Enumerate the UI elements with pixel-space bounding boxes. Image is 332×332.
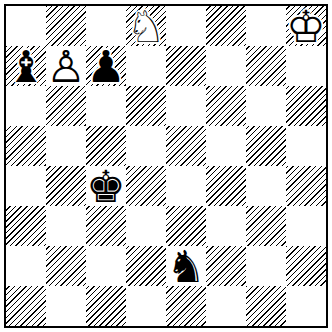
- square-f2[interactable]: [206, 246, 246, 286]
- square-c1[interactable]: [86, 286, 126, 326]
- square-e8[interactable]: [166, 6, 206, 46]
- square-g5[interactable]: [246, 126, 286, 166]
- square-g1[interactable]: [246, 286, 286, 326]
- black-king-c4: ♚︎: [86, 167, 126, 207]
- square-c4[interactable]: ♚︎♚︎: [86, 166, 126, 206]
- square-c6[interactable]: [86, 86, 126, 126]
- white-king-halo: ♚︎: [286, 7, 326, 47]
- black-pawn-c7: ♟︎: [86, 47, 126, 87]
- square-b1[interactable]: [46, 286, 86, 326]
- square-c5[interactable]: [86, 126, 126, 166]
- square-a6[interactable]: [6, 86, 46, 126]
- square-g7[interactable]: [246, 46, 286, 86]
- square-f3[interactable]: [206, 206, 246, 246]
- square-a1[interactable]: [6, 286, 46, 326]
- square-b3[interactable]: [46, 206, 86, 246]
- square-e6[interactable]: [166, 86, 206, 126]
- square-f5[interactable]: [206, 126, 246, 166]
- square-h1[interactable]: [286, 286, 326, 326]
- square-a2[interactable]: [6, 246, 46, 286]
- white-knight-d8: ♘︎: [126, 7, 166, 47]
- square-d5[interactable]: [126, 126, 166, 166]
- white-pawn-halo: ♟︎: [46, 47, 86, 87]
- square-d3[interactable]: [126, 206, 166, 246]
- square-h3[interactable]: [286, 206, 326, 246]
- square-c3[interactable]: [86, 206, 126, 246]
- square-e7[interactable]: [166, 46, 206, 86]
- square-b5[interactable]: [46, 126, 86, 166]
- square-f8[interactable]: [206, 6, 246, 46]
- square-b6[interactable]: [46, 86, 86, 126]
- square-g4[interactable]: [246, 166, 286, 206]
- square-c8[interactable]: [86, 6, 126, 46]
- square-d4[interactable]: [126, 166, 166, 206]
- square-h6[interactable]: [286, 86, 326, 126]
- square-h7[interactable]: [286, 46, 326, 86]
- square-h4[interactable]: [286, 166, 326, 206]
- square-g2[interactable]: [246, 246, 286, 286]
- square-h8[interactable]: ♚︎♔︎: [286, 6, 326, 46]
- black-knight-e2: ♞︎: [166, 247, 206, 287]
- square-f1[interactable]: [206, 286, 246, 326]
- square-d6[interactable]: [126, 86, 166, 126]
- square-b7[interactable]: ♟︎♙︎: [46, 46, 86, 86]
- white-king-h8: ♔︎: [286, 7, 326, 47]
- square-b8[interactable]: [46, 6, 86, 46]
- black-knight-halo: ♞︎: [166, 247, 206, 287]
- square-e2[interactable]: ♞︎♞︎: [166, 246, 206, 286]
- square-b2[interactable]: [46, 246, 86, 286]
- square-d1[interactable]: [126, 286, 166, 326]
- square-d7[interactable]: [126, 46, 166, 86]
- black-bishop-halo: ♝︎: [6, 47, 46, 87]
- square-f6[interactable]: [206, 86, 246, 126]
- square-h5[interactable]: [286, 126, 326, 166]
- white-knight-halo: ♞︎: [126, 7, 166, 47]
- square-a5[interactable]: [6, 126, 46, 166]
- black-pawn-halo: ♟︎: [86, 47, 126, 87]
- square-a4[interactable]: [6, 166, 46, 206]
- square-f4[interactable]: [206, 166, 246, 206]
- square-b4[interactable]: [46, 166, 86, 206]
- square-h2[interactable]: [286, 246, 326, 286]
- square-g3[interactable]: [246, 206, 286, 246]
- square-a8[interactable]: [6, 6, 46, 46]
- square-e4[interactable]: [166, 166, 206, 206]
- square-f7[interactable]: [206, 46, 246, 86]
- square-e3[interactable]: [166, 206, 206, 246]
- square-d2[interactable]: [126, 246, 166, 286]
- black-king-halo: ♚︎: [86, 167, 126, 207]
- white-pawn-b7: ♙︎: [46, 47, 86, 87]
- square-d8[interactable]: ♞︎♘︎: [126, 6, 166, 46]
- chess-board: ♞︎♘︎♚︎♔︎♝︎♝︎♟︎♙︎♟︎♟︎♚︎♚︎♞︎♞︎: [4, 4, 328, 328]
- chess-diagram-page: ♞︎♘︎♚︎♔︎♝︎♝︎♟︎♙︎♟︎♟︎♚︎♚︎♞︎♞︎: [0, 0, 332, 332]
- square-a7[interactable]: ♝︎♝︎: [6, 46, 46, 86]
- square-g8[interactable]: [246, 6, 286, 46]
- square-c7[interactable]: ♟︎♟︎: [86, 46, 126, 86]
- square-e5[interactable]: [166, 126, 206, 166]
- square-g6[interactable]: [246, 86, 286, 126]
- square-e1[interactable]: [166, 286, 206, 326]
- square-a3[interactable]: [6, 206, 46, 246]
- black-bishop-a7: ♝︎: [6, 47, 46, 87]
- square-c2[interactable]: [86, 246, 126, 286]
